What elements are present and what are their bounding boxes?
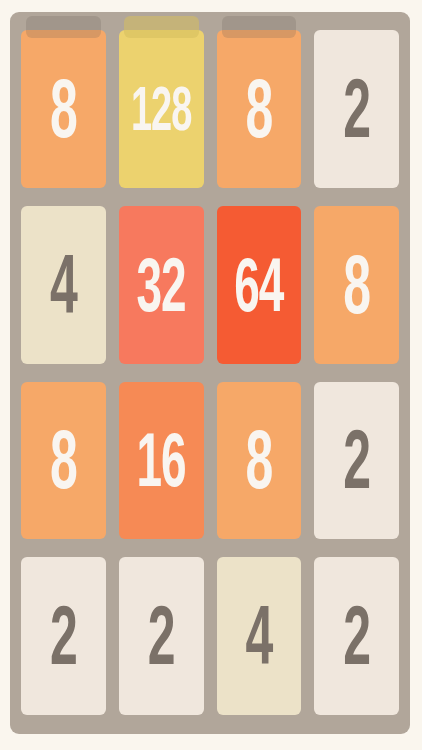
tile-value: 2 <box>343 595 370 678</box>
tile-r1c1: 8 <box>21 30 106 188</box>
tile-value: 128 <box>131 78 191 141</box>
tile-value: 32 <box>137 247 186 323</box>
tile-r3c4: 2 <box>314 382 399 540</box>
tile-value: 16 <box>137 422 186 498</box>
tile-value: 8 <box>50 419 77 502</box>
tile-r4c1: 2 <box>21 557 106 715</box>
tile-value: 8 <box>343 243 370 326</box>
tile-value: 2 <box>50 595 77 678</box>
tile-r2c2: 32 <box>119 206 204 364</box>
tile-value: 8 <box>245 419 272 502</box>
tile-r3c3: 8 <box>217 382 302 540</box>
tile-r3c2: 16 <box>119 382 204 540</box>
tile-r4c3: 4 <box>217 557 302 715</box>
tile-value: 4 <box>245 595 272 678</box>
tile-r2c3: 64 <box>217 206 302 364</box>
tile-r2c4: 8 <box>314 206 399 364</box>
tile-value: 2 <box>148 595 175 678</box>
tile-r2c1: 4 <box>21 206 106 364</box>
tile-value: 2 <box>343 419 370 502</box>
tile-r4c2: 2 <box>119 557 204 715</box>
tile-r1c2: 128 <box>119 30 204 188</box>
tile-r4c4: 2 <box>314 557 399 715</box>
tile-value: 8 <box>245 68 272 151</box>
2048-board[interactable]: 8 128 8 2 4 32 64 8 8 16 8 <box>10 12 410 734</box>
tile-value: 8 <box>50 68 77 151</box>
tile-r3c1: 8 <box>21 382 106 540</box>
2048-screen: 8 128 8 2 4 32 64 8 8 16 8 <box>0 0 422 750</box>
tile-r1c4: 2 <box>314 30 399 188</box>
tile-r1c3: 8 <box>217 30 302 188</box>
tile-value: 4 <box>50 243 77 326</box>
tile-value: 64 <box>234 247 283 323</box>
tile-value: 2 <box>343 68 370 151</box>
